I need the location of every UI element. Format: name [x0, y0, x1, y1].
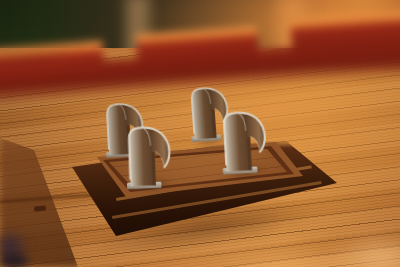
bulwark-face	[0, 50, 105, 84]
bottom-left-dark-bokeh	[0, 254, 28, 267]
bitt-front-left	[121, 123, 180, 192]
model-ship-deck-photo	[0, 0, 400, 267]
bitt-icon	[214, 107, 277, 177]
bitt-icon	[121, 123, 180, 192]
bulwark-block-left	[0, 41, 105, 89]
bitt-front-right	[214, 107, 277, 177]
bulwark-block-right	[290, 11, 400, 56]
